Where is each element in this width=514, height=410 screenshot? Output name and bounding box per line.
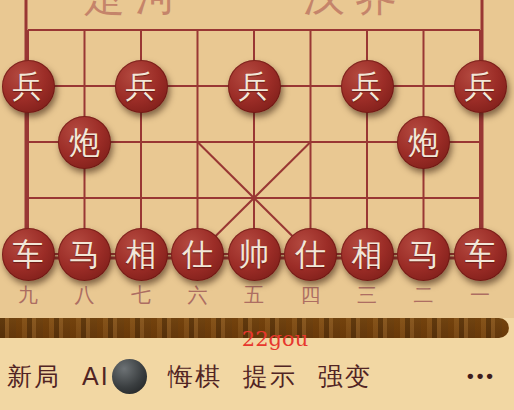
new-game-button[interactable]: 新局 — [7, 360, 61, 393]
piece-glyph: 炮 — [69, 127, 100, 158]
toolbar: 新局 AI 悔棋 提示 强变 ••• — [0, 352, 514, 400]
xiangqi-board[interactable]: 楚河 汉界 九八七六五四三二一 兵兵兵兵兵炮炮车马相仕帅仕相马车 — [0, 0, 514, 318]
file-label: 五 — [234, 284, 274, 306]
hint-button[interactable]: 提示 — [243, 360, 297, 393]
piece-red-soldier[interactable]: 兵 — [2, 60, 55, 113]
piece-glyph: 兵 — [13, 71, 44, 102]
piece-red-soldier[interactable]: 兵 — [228, 60, 281, 113]
new-game-label: 新局 — [7, 360, 61, 393]
file-label: 一 — [460, 284, 500, 306]
piece-red-horse[interactable]: 马 — [397, 228, 450, 281]
piece-glyph: 兵 — [465, 71, 496, 102]
piece-red-soldier[interactable]: 兵 — [454, 60, 507, 113]
more-menu-button[interactable]: ••• — [467, 365, 496, 387]
ai-label: AI — [82, 362, 110, 391]
piece-red-horse[interactable]: 马 — [58, 228, 111, 281]
piece-red-soldier[interactable]: 兵 — [115, 60, 168, 113]
river-text-left: 楚河 — [83, 0, 187, 20]
file-label: 八 — [65, 284, 105, 306]
watermark-text: 22gou — [0, 327, 514, 351]
piece-red-advisor[interactable]: 仕 — [284, 228, 337, 281]
file-label: 六 — [178, 284, 218, 306]
piece-glyph: 仕 — [182, 239, 213, 270]
piece-glyph: 帅 — [239, 239, 270, 270]
force-change-button[interactable]: 强变 — [318, 360, 372, 393]
piece-red-soldier[interactable]: 兵 — [341, 60, 394, 113]
file-label: 九 — [8, 284, 48, 306]
piece-glyph: 炮 — [408, 127, 439, 158]
piece-red-cannon[interactable]: 炮 — [397, 116, 450, 169]
ai-toggle-button[interactable]: AI — [82, 359, 147, 394]
piece-red-elephant[interactable]: 相 — [115, 228, 168, 281]
undo-button[interactable]: 悔棋 — [168, 360, 222, 393]
undo-label: 悔棋 — [168, 360, 222, 393]
river-text-right: 汉界 — [303, 0, 407, 20]
hint-label: 提示 — [243, 360, 297, 393]
file-label: 七 — [121, 284, 161, 306]
piece-red-elephant[interactable]: 相 — [341, 228, 394, 281]
piece-glyph: 相 — [352, 239, 383, 270]
piece-red-chariot[interactable]: 车 — [2, 228, 55, 281]
piece-glyph: 兵 — [352, 71, 383, 102]
file-label: 三 — [347, 284, 387, 306]
ellipsis-icon: ••• — [467, 365, 496, 387]
piece-glyph: 车 — [465, 239, 496, 270]
file-label: 四 — [291, 284, 331, 306]
force-change-label: 强变 — [318, 360, 372, 393]
piece-glyph: 兵 — [126, 71, 157, 102]
piece-red-chariot[interactable]: 车 — [454, 228, 507, 281]
piece-red-general[interactable]: 帅 — [228, 228, 281, 281]
piece-glyph: 马 — [408, 239, 439, 270]
piece-glyph: 兵 — [239, 71, 270, 102]
piece-glyph: 相 — [126, 239, 157, 270]
black-stone-icon — [112, 359, 147, 394]
piece-red-cannon[interactable]: 炮 — [58, 116, 111, 169]
piece-glyph: 仕 — [295, 239, 326, 270]
piece-glyph: 马 — [69, 239, 100, 270]
file-label: 二 — [404, 284, 444, 306]
piece-glyph: 车 — [13, 239, 44, 270]
piece-red-advisor[interactable]: 仕 — [171, 228, 224, 281]
